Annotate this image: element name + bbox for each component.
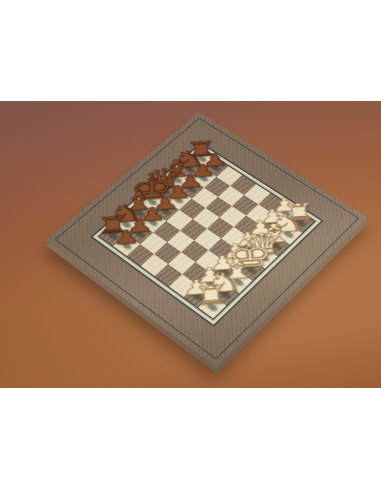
square-g3[interactable] (182, 262, 210, 284)
pawn-glyph: ♟ (183, 277, 212, 297)
piece-white-pawn-h2[interactable]: ♟ (177, 268, 216, 297)
pawn-glyph: ♟ (113, 227, 140, 246)
piece-shadow (214, 285, 238, 304)
square-h5[interactable] (141, 254, 168, 276)
rook-glyph: ♜ (194, 283, 230, 308)
table-surface: ♜♞♟♝♟♛♟♚♟♝♟♞♟♟♜♟♟♜♟♟♞♟♝♟♛♟♚♟♝♟♞♜ (0, 101, 381, 388)
square-g2[interactable] (197, 272, 225, 295)
knight-glyph: ♞ (206, 269, 244, 295)
square-h3[interactable] (169, 274, 197, 297)
chess-board: ♜♞♟♝♟♛♟♚♟♝♟♞♟♟♜♟♟♜♟♟♞♟♝♟♛♟♚♟♝♟♞♜ (46, 112, 368, 367)
piece-white-rook-h1[interactable]: ♜ (188, 274, 235, 309)
piece-white-knight-g1[interactable]: ♞ (200, 260, 249, 296)
piece-shadow (199, 274, 223, 293)
pawn-glyph: ♟ (196, 265, 225, 285)
board-frame: ♜♞♟♝♟♛♟♚♟♝♟♞♟♟♜♟♟♜♟♟♞♟♝♟♛♟♚♟♝♟♞♜ (46, 112, 368, 367)
square-h2[interactable] (183, 285, 211, 308)
square-g1[interactable] (212, 283, 240, 306)
playing-area: ♜♞♟♝♟♛♟♚♟♝♟♞♟♟♜♟♟♜♟♟♞♟♝♟♛♟♚♟♝♟♞♜ (100, 149, 314, 319)
piece-shadow (227, 272, 251, 291)
piece-shadow (200, 297, 224, 316)
square-g5[interactable] (154, 242, 181, 264)
square-f1[interactable] (225, 270, 253, 293)
square-a5[interactable] (230, 175, 256, 195)
square-f5[interactable] (167, 231, 194, 252)
square-d5[interactable] (193, 208, 220, 229)
square-e5[interactable] (180, 219, 207, 240)
piece-shadow (212, 262, 236, 280)
piece-shadow (240, 260, 264, 278)
square-h4[interactable] (155, 264, 183, 286)
square-b5[interactable] (218, 186, 244, 206)
square-g4[interactable] (168, 252, 195, 274)
bishop-glyph: ♝ (218, 256, 258, 283)
piece-black-pawn-h7[interactable]: ♟ (109, 219, 145, 246)
square-h1[interactable] (198, 295, 226, 318)
square-h6[interactable] (127, 244, 154, 266)
piece-white-bishop-f1[interactable]: ♝ (212, 247, 263, 284)
scene-3d: ♜♞♟♝♟♛♟♚♟♝♟♞♟♟♜♟♟♜♟♟♞♟♝♟♛♟♚♟♝♟♞♜ (0, 101, 381, 388)
photo-frame: ♜♞♟♝♟♛♟♚♟♝♟♞♟♟♜♟♟♜♟♟♞♟♝♟♛♟♚♟♝♟♞♜ (0, 101, 381, 388)
piece-shadow (186, 287, 210, 306)
square-c5[interactable] (206, 197, 232, 218)
piece-white-pawn-g2[interactable]: ♟ (191, 256, 230, 285)
